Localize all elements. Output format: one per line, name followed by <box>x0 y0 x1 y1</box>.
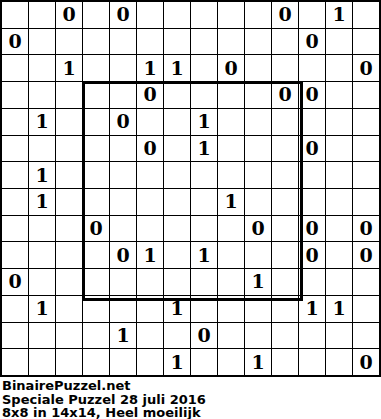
cell-r12c1[interactable] <box>2 296 28 322</box>
cell-r8c7[interactable] <box>164 189 190 215</box>
cell-r1c7[interactable] <box>164 2 190 28</box>
cell-r13c12[interactable] <box>299 323 325 349</box>
cell-r14c8[interactable] <box>191 349 217 375</box>
cell-r11c2[interactable] <box>29 269 55 295</box>
cell-r5c8[interactable]: 1 <box>191 109 217 135</box>
cell-r1c6[interactable] <box>137 2 163 28</box>
cell-r2c12[interactable]: 0 <box>299 29 325 55</box>
cell-r13c3[interactable] <box>56 323 82 349</box>
cell-r6c10[interactable] <box>245 136 271 162</box>
cell-r14c6[interactable] <box>137 349 163 375</box>
cell-r14c13[interactable] <box>326 349 352 375</box>
cell-r13c11[interactable] <box>272 323 298 349</box>
cell-r12c6[interactable] <box>137 296 163 322</box>
cell-r1c10[interactable] <box>245 2 271 28</box>
cell-r3c1[interactable] <box>2 55 28 81</box>
cell-r8c9[interactable]: 1 <box>218 189 244 215</box>
cell-r12c4[interactable] <box>83 296 109 322</box>
cell-r9c5[interactable] <box>110 216 136 242</box>
cell-r3c14[interactable]: 0 <box>353 55 379 81</box>
cell-r11c5[interactable] <box>110 269 136 295</box>
cell-r14c9[interactable] <box>218 349 244 375</box>
cell-r14c10[interactable]: 1 <box>245 349 271 375</box>
cell-r8c5[interactable] <box>110 189 136 215</box>
cell-r8c11[interactable] <box>272 189 298 215</box>
cell-r11c6[interactable] <box>137 269 163 295</box>
cell-r5c6[interactable] <box>137 109 163 135</box>
cell-r6c7[interactable] <box>164 136 190 162</box>
cell-r9c4[interactable]: 0 <box>83 216 109 242</box>
cell-r5c11[interactable] <box>272 109 298 135</box>
cell-r2c7[interactable] <box>164 29 190 55</box>
cell-r7c12[interactable] <box>299 162 325 188</box>
cell-r13c2[interactable] <box>29 323 55 349</box>
cell-r3c9[interactable]: 0 <box>218 55 244 81</box>
cell-r13c9[interactable] <box>218 323 244 349</box>
cell-r10c6[interactable]: 1 <box>137 242 163 268</box>
cell-r10c4[interactable] <box>83 242 109 268</box>
cell-r6c9[interactable] <box>218 136 244 162</box>
cell-r13c4[interactable] <box>83 323 109 349</box>
cell-r12c13[interactable]: 1 <box>326 296 352 322</box>
cell-r10c2[interactable] <box>29 242 55 268</box>
cell-r2c3[interactable] <box>56 29 82 55</box>
cell-r5c1[interactable] <box>2 109 28 135</box>
cell-r8c2[interactable]: 1 <box>29 189 55 215</box>
cell-r11c9[interactable] <box>218 269 244 295</box>
cell-r4c1[interactable] <box>2 82 28 108</box>
cell-r8c4[interactable] <box>83 189 109 215</box>
cell-r4c11[interactable]: 0 <box>272 82 298 108</box>
cell-r6c12[interactable]: 0 <box>299 136 325 162</box>
cell-r5c4[interactable] <box>83 109 109 135</box>
cell-r3c7[interactable]: 1 <box>164 55 190 81</box>
cell-r1c1[interactable] <box>2 2 28 28</box>
cell-r14c2[interactable] <box>29 349 55 375</box>
cell-r13c6[interactable] <box>137 323 163 349</box>
cell-r7c3[interactable] <box>56 162 82 188</box>
cell-r10c3[interactable] <box>56 242 82 268</box>
cell-r1c12[interactable] <box>299 2 325 28</box>
cell-r2c11[interactable] <box>272 29 298 55</box>
cell-r3c13[interactable] <box>326 55 352 81</box>
cell-r11c10[interactable]: 1 <box>245 269 271 295</box>
cell-r14c11[interactable] <box>272 349 298 375</box>
cell-r14c14[interactable]: 0 <box>353 349 379 375</box>
site-name: BinairePuzzel.net <box>2 379 381 393</box>
cell-r14c4[interactable] <box>83 349 109 375</box>
cell-r3c11[interactable] <box>272 55 298 81</box>
cell-r4c4[interactable] <box>83 82 109 108</box>
cell-r4c6[interactable]: 0 <box>137 82 163 108</box>
cell-r14c1[interactable] <box>2 349 28 375</box>
cell-r4c13[interactable] <box>326 82 352 108</box>
cell-r6c5[interactable] <box>110 136 136 162</box>
puzzle-title: Speciale Puzzel 28 juli 2016 <box>2 393 381 407</box>
cell-r13c10[interactable] <box>245 323 271 349</box>
cell-r4c14[interactable] <box>353 82 379 108</box>
cell-r1c13[interactable]: 1 <box>326 2 352 28</box>
cell-r4c2[interactable] <box>29 82 55 108</box>
cell-r11c1[interactable]: 0 <box>2 269 28 295</box>
puzzle-footer: BinairePuzzel.net Speciale Puzzel 28 jul… <box>0 377 381 419</box>
cell-r7c1[interactable] <box>2 162 28 188</box>
cell-r12c9[interactable] <box>218 296 244 322</box>
binary-puzzle-board: 0001001110000010101011100000110001111110… <box>0 0 381 377</box>
cell-r9c12[interactable]: 0 <box>299 216 325 242</box>
cell-r6c1[interactable] <box>2 136 28 162</box>
cell-r10c12[interactable]: 0 <box>299 242 325 268</box>
cell-r9c11[interactable] <box>272 216 298 242</box>
cell-r4c9[interactable] <box>218 82 244 108</box>
cell-r8c13[interactable] <box>326 189 352 215</box>
cell-r3c4[interactable] <box>83 55 109 81</box>
cell-r9c2[interactable] <box>29 216 55 242</box>
cell-r7c9[interactable] <box>218 162 244 188</box>
cell-r9c9[interactable] <box>218 216 244 242</box>
cell-r2c13[interactable] <box>326 29 352 55</box>
cell-r7c11[interactable] <box>272 162 298 188</box>
cell-r5c5[interactable]: 0 <box>110 109 136 135</box>
cell-r2c1[interactable]: 0 <box>2 29 28 55</box>
cell-r5c10[interactable] <box>245 109 271 135</box>
cell-r1c2[interactable] <box>29 2 55 28</box>
cell-r3c6[interactable]: 1 <box>137 55 163 81</box>
cell-r6c3[interactable] <box>56 136 82 162</box>
cell-r2c10[interactable] <box>245 29 271 55</box>
cell-r6c4[interactable] <box>83 136 109 162</box>
cell-r2c6[interactable] <box>137 29 163 55</box>
cell-r12c12[interactable]: 1 <box>299 296 325 322</box>
cell-r4c12[interactable]: 0 <box>299 82 325 108</box>
cell-r2c9[interactable] <box>218 29 244 55</box>
cell-r1c11[interactable]: 0 <box>272 2 298 28</box>
cell-r12c7[interactable]: 1 <box>164 296 190 322</box>
cell-r14c7[interactable]: 1 <box>164 349 190 375</box>
cell-r14c5[interactable] <box>110 349 136 375</box>
cell-r5c13[interactable] <box>326 109 352 135</box>
cell-r7c6[interactable] <box>137 162 163 188</box>
cell-r7c5[interactable] <box>110 162 136 188</box>
cell-r7c10[interactable] <box>245 162 271 188</box>
cell-r5c9[interactable] <box>218 109 244 135</box>
cell-r12c5[interactable] <box>110 296 136 322</box>
cell-r10c1[interactable] <box>2 242 28 268</box>
cell-r9c8[interactable] <box>191 216 217 242</box>
cell-r10c10[interactable] <box>245 242 271 268</box>
cell-r13c5[interactable]: 1 <box>110 323 136 349</box>
cell-r12c10[interactable] <box>245 296 271 322</box>
cell-r8c14[interactable] <box>353 189 379 215</box>
puzzle-page: 0001001110000010101011100000110001111110… <box>0 0 381 419</box>
cell-r7c2[interactable]: 1 <box>29 162 55 188</box>
cell-r10c7[interactable] <box>164 242 190 268</box>
cell-r10c9[interactable] <box>218 242 244 268</box>
cell-r12c14[interactable] <box>353 296 379 322</box>
cell-r13c13[interactable] <box>326 323 352 349</box>
cell-r6c6[interactable]: 0 <box>137 136 163 162</box>
cell-r6c11[interactable] <box>272 136 298 162</box>
cell-r12c11[interactable] <box>272 296 298 322</box>
cell-r8c1[interactable] <box>2 189 28 215</box>
cell-r5c7[interactable] <box>164 109 190 135</box>
cell-r3c2[interactable] <box>29 55 55 81</box>
cell-r3c10[interactable] <box>245 55 271 81</box>
cell-r1c3[interactable]: 0 <box>56 2 82 28</box>
cell-r5c14[interactable] <box>353 109 379 135</box>
cell-r11c4[interactable] <box>83 269 109 295</box>
cell-r8c3[interactable] <box>56 189 82 215</box>
cell-r2c4[interactable] <box>83 29 109 55</box>
cell-r1c14[interactable] <box>353 2 379 28</box>
cell-r13c8[interactable]: 0 <box>191 323 217 349</box>
cell-r1c9[interactable] <box>218 2 244 28</box>
cell-r9c7[interactable] <box>164 216 190 242</box>
cell-r11c11[interactable] <box>272 269 298 295</box>
cell-r5c3[interactable] <box>56 109 82 135</box>
cell-r9c14[interactable]: 0 <box>353 216 379 242</box>
cell-r10c8[interactable]: 1 <box>191 242 217 268</box>
cell-r6c14[interactable] <box>353 136 379 162</box>
cell-r14c3[interactable] <box>56 349 82 375</box>
cell-r11c7[interactable] <box>164 269 190 295</box>
cell-r7c14[interactable] <box>353 162 379 188</box>
cell-r2c2[interactable] <box>29 29 55 55</box>
cell-r9c13[interactable] <box>326 216 352 242</box>
cell-r11c3[interactable] <box>56 269 82 295</box>
cell-r6c13[interactable] <box>326 136 352 162</box>
cell-r10c14[interactable]: 0 <box>353 242 379 268</box>
cell-r2c5[interactable] <box>110 29 136 55</box>
cell-r2c14[interactable] <box>353 29 379 55</box>
cell-r7c7[interactable] <box>164 162 190 188</box>
puzzle-subtitle: 8x8 in 14x14, Heel moeilijk <box>2 406 381 419</box>
cell-r7c8[interactable] <box>191 162 217 188</box>
cell-r12c8[interactable] <box>191 296 217 322</box>
cell-r9c10[interactable]: 0 <box>245 216 271 242</box>
cell-r3c3[interactable]: 1 <box>56 55 82 81</box>
cell-r5c2[interactable]: 1 <box>29 109 55 135</box>
cell-r6c2[interactable] <box>29 136 55 162</box>
cell-r8c6[interactable] <box>137 189 163 215</box>
cell-r10c5[interactable]: 0 <box>110 242 136 268</box>
cell-r13c1[interactable] <box>2 323 28 349</box>
cell-r3c12[interactable] <box>299 55 325 81</box>
cell-r11c12[interactable] <box>299 269 325 295</box>
cell-r12c2[interactable]: 1 <box>29 296 55 322</box>
cell-r4c7[interactable] <box>164 82 190 108</box>
cell-r10c13[interactable] <box>326 242 352 268</box>
cell-r11c8[interactable] <box>191 269 217 295</box>
cell-r2c8[interactable] <box>191 29 217 55</box>
cell-r10c11[interactable] <box>272 242 298 268</box>
cell-r14c12[interactable] <box>299 349 325 375</box>
cell-r3c8[interactable] <box>191 55 217 81</box>
cell-r4c5[interactable] <box>110 82 136 108</box>
cell-r12c3[interactable] <box>56 296 82 322</box>
cell-r9c1[interactable] <box>2 216 28 242</box>
cell-r8c10[interactable] <box>245 189 271 215</box>
cell-r9c3[interactable] <box>56 216 82 242</box>
cell-r4c8[interactable] <box>191 82 217 108</box>
cell-r1c5[interactable]: 0 <box>110 2 136 28</box>
cell-r4c10[interactable] <box>245 82 271 108</box>
cell-r1c4[interactable] <box>83 2 109 28</box>
cell-r5c12[interactable] <box>299 109 325 135</box>
cell-r1c8[interactable] <box>191 2 217 28</box>
cell-r13c14[interactable] <box>353 323 379 349</box>
cell-r3c5[interactable] <box>110 55 136 81</box>
cell-r4c3[interactable] <box>56 82 82 108</box>
cell-r8c8[interactable] <box>191 189 217 215</box>
cell-r9c6[interactable] <box>137 216 163 242</box>
cell-r7c13[interactable] <box>326 162 352 188</box>
cell-r7c4[interactable] <box>83 162 109 188</box>
cell-r8c12[interactable] <box>299 189 325 215</box>
cell-r13c7[interactable] <box>164 323 190 349</box>
cell-r11c13[interactable] <box>326 269 352 295</box>
cell-r6c8[interactable]: 1 <box>191 136 217 162</box>
cell-r11c14[interactable] <box>353 269 379 295</box>
